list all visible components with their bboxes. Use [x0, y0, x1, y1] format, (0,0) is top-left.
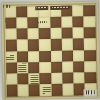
- photo-background: [0, 0, 100, 100]
- square-r4-c4: [39, 39, 50, 50]
- square-r1-c8: [83, 4, 94, 15]
- square-r5-c6: [61, 50, 72, 61]
- square-r8-c2: [17, 84, 28, 95]
- square-r4-c5: [50, 39, 61, 50]
- square-r8-c7: [73, 83, 84, 94]
- square-r3-c3: [27, 28, 38, 39]
- square-r7-c6: [62, 72, 73, 83]
- square-r5-c4: [39, 50, 50, 61]
- square-r5-c5: [50, 50, 61, 61]
- square-r2-c6: [61, 16, 72, 27]
- square-r6-c1: [5, 62, 16, 73]
- square-r8-c6: [62, 83, 73, 94]
- square-r7-c4: [39, 72, 50, 83]
- square-r3-c1: [5, 28, 16, 39]
- square-r3-c8: [83, 27, 94, 38]
- square-r7-c2: [17, 73, 28, 84]
- square-r8-c3: [28, 84, 39, 95]
- square-r3-c2: [16, 28, 27, 39]
- square-r6-c2: [16, 62, 27, 73]
- square-r2-c1: [4, 17, 15, 28]
- square-r1-c2: [15, 5, 26, 16]
- square-r6-c7: [73, 61, 84, 72]
- square-r6-c4: [39, 61, 50, 72]
- square-r2-c7: [72, 16, 83, 27]
- square-r8-c5: [51, 84, 62, 95]
- square-r6-c3: [28, 61, 39, 72]
- square-r4-c1: [5, 39, 16, 50]
- square-r7-c5: [50, 72, 61, 83]
- square-r8-c1: [6, 84, 17, 95]
- square-r5-c7: [73, 49, 84, 60]
- square-r1-c7: [72, 4, 83, 15]
- square-r7-c7: [73, 72, 84, 83]
- square-r3-c7: [72, 27, 83, 38]
- square-r8-c4: [39, 84, 50, 95]
- square-r5-c1: [5, 51, 16, 62]
- square-r5-c8: [84, 49, 95, 60]
- square-r1-c3: [27, 5, 38, 16]
- square-r1-c5: [49, 5, 60, 16]
- square-r5-c3: [28, 50, 39, 61]
- checkerboard: [4, 4, 96, 96]
- square-r3-c4: [38, 27, 49, 38]
- album-cover: [1, 1, 99, 99]
- square-r4-c3: [27, 39, 38, 50]
- square-r2-c8: [83, 15, 94, 26]
- square-r4-c6: [61, 38, 72, 49]
- square-r1-c1: [4, 6, 15, 17]
- square-r4-c2: [16, 39, 27, 50]
- square-r6-c8: [84, 60, 95, 71]
- square-r7-c1: [5, 73, 16, 84]
- square-r7-c8: [84, 72, 95, 83]
- square-r2-c2: [16, 17, 27, 28]
- square-r8-c8: [84, 83, 95, 94]
- square-r7-c3: [28, 73, 39, 84]
- square-r6-c6: [61, 61, 72, 72]
- square-r4-c7: [72, 38, 83, 49]
- square-r1-c4: [38, 5, 49, 16]
- square-r3-c5: [50, 27, 61, 38]
- square-r1-c6: [60, 5, 71, 16]
- square-r2-c5: [49, 16, 60, 27]
- square-r6-c5: [50, 61, 61, 72]
- square-r5-c2: [16, 50, 27, 61]
- square-r2-c4: [38, 16, 49, 27]
- square-r2-c3: [27, 16, 38, 27]
- square-r4-c8: [84, 38, 95, 49]
- square-r3-c6: [61, 27, 72, 38]
